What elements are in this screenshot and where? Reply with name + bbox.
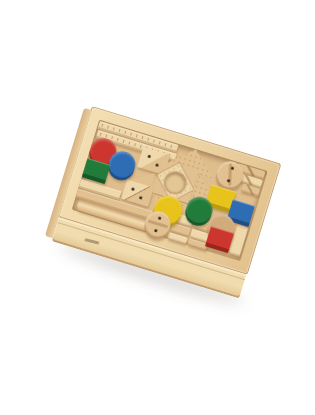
brand-stamp bbox=[85, 238, 100, 245]
product-photo bbox=[0, 0, 315, 415]
wooden-tray bbox=[58, 106, 281, 275]
